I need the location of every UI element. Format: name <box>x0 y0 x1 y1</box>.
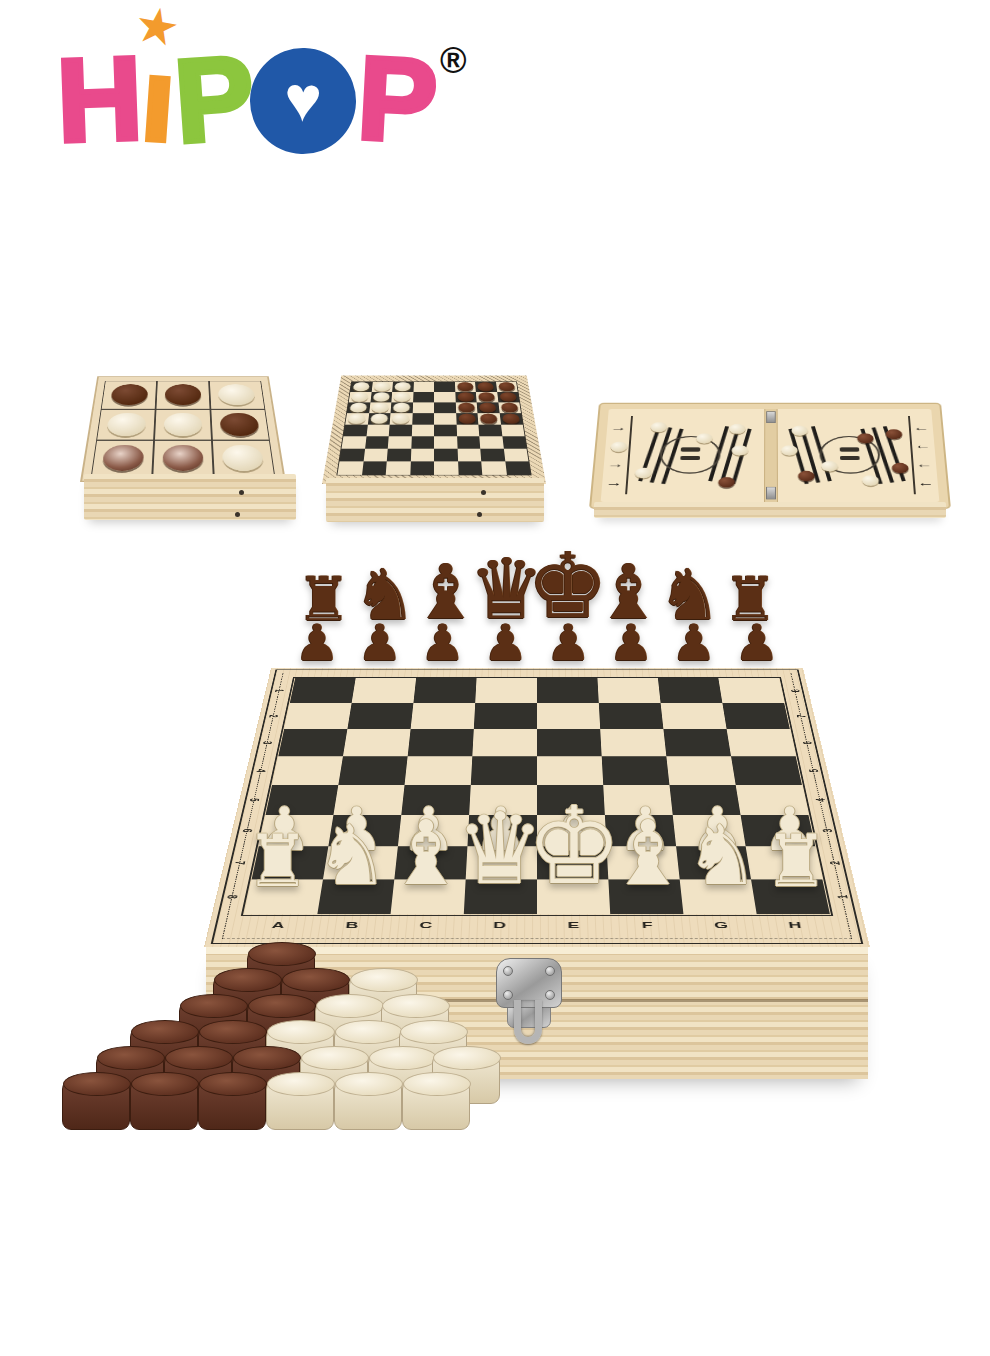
rank-label-right: 3 <box>818 829 834 832</box>
stacked-checker-light <box>266 1080 334 1130</box>
rank-label-right: 4 <box>811 798 827 801</box>
logo-letter-glyph: P <box>171 38 254 161</box>
file-label: D <box>493 920 507 930</box>
file-label: A <box>271 920 287 930</box>
board-square <box>537 785 605 815</box>
arrow-icon: ← <box>917 477 935 488</box>
board-square <box>731 756 802 785</box>
stacked-checker-dark <box>62 1080 130 1130</box>
arrow-icon: ← <box>916 458 933 468</box>
rank-label-left: 8 <box>224 895 241 899</box>
board-square <box>475 678 537 703</box>
board-square <box>394 846 467 879</box>
board-square <box>405 756 473 785</box>
ttt-cell <box>156 381 211 409</box>
chess-grid <box>244 678 830 914</box>
logo-letter-glyph: ı <box>138 39 175 159</box>
ttt-piece-dark <box>165 384 202 405</box>
sling-puck-dark <box>886 429 903 439</box>
logo-letter: H <box>57 40 138 158</box>
board-square <box>661 703 727 729</box>
registered-trademark: ® <box>440 40 467 82</box>
product-photo-page: { "game": "chess — 3-in-1 wooden box set… <box>0 0 990 1356</box>
board-square <box>284 703 351 729</box>
board-square <box>343 729 411 756</box>
logo-letter: ı★ <box>142 40 171 158</box>
arrow-icon: ← <box>914 440 931 450</box>
board-square <box>722 703 789 729</box>
rank-label-left: 3 <box>260 741 275 744</box>
file-label: E <box>567 920 580 930</box>
rank-label-right: 8 <box>787 689 801 692</box>
ttt-cell <box>101 381 157 409</box>
screw-icon <box>545 966 555 976</box>
ttt-piece-dark <box>110 384 148 405</box>
board-square <box>537 879 610 914</box>
board-square <box>603 785 672 815</box>
board-square <box>599 703 664 729</box>
stacked-checker-light <box>402 1080 470 1130</box>
ttt-cell <box>96 409 155 440</box>
ttt-piece-shiny <box>102 445 145 471</box>
board-square <box>658 678 722 703</box>
board-square <box>537 846 608 879</box>
board-square <box>252 846 329 879</box>
rank-label-left: 1 <box>272 689 286 692</box>
ttt-cell <box>91 440 154 475</box>
rank-label-right: 7 <box>793 715 808 718</box>
board-square <box>472 729 537 756</box>
rank-label-left: 5 <box>247 798 263 801</box>
board-square <box>602 756 670 785</box>
logo-letter-glyph: H <box>55 39 140 160</box>
stacked-checker-light <box>334 1080 402 1130</box>
board-square <box>464 879 537 914</box>
board-square <box>607 846 680 879</box>
file-label: H <box>788 920 804 930</box>
board-square <box>718 678 784 703</box>
board-square <box>471 756 537 785</box>
board-square <box>272 756 343 785</box>
board-square <box>347 703 413 729</box>
board-square <box>469 785 537 815</box>
logo-letter-o: ♥ <box>248 46 358 156</box>
board-square <box>328 815 401 846</box>
board-square <box>676 846 751 879</box>
board-square <box>666 756 735 785</box>
board-square <box>537 678 599 703</box>
board-square <box>736 785 809 815</box>
board-square <box>474 703 537 729</box>
board-square <box>466 846 537 879</box>
rank-label-left: 7 <box>232 861 249 865</box>
board-square <box>751 879 830 914</box>
screw-icon <box>503 966 513 976</box>
board-square <box>259 815 334 846</box>
board-square <box>746 846 823 879</box>
board-square <box>537 815 607 846</box>
board-square <box>413 678 476 703</box>
logo-letter: P <box>175 40 250 158</box>
board-square <box>408 729 474 756</box>
board-square <box>673 815 746 846</box>
board-square <box>600 729 666 756</box>
board-square <box>266 785 339 815</box>
brand-logo: Hı★P♥P <box>55 22 434 158</box>
board-square <box>401 785 470 815</box>
logo-letter-glyph: P <box>355 38 436 160</box>
board-square <box>669 785 740 815</box>
stacked-checker-dark <box>198 1080 266 1130</box>
board-square <box>333 785 404 815</box>
ttt-piece-light <box>164 413 203 436</box>
screw-icon <box>545 990 555 1000</box>
board-square <box>278 729 347 756</box>
arrow-icon: ← <box>913 422 930 432</box>
board-square <box>244 879 323 914</box>
screw-icon <box>503 990 513 1000</box>
board-square <box>411 703 476 729</box>
chess-board: ABCDEFGH1234567887654321 <box>204 668 870 947</box>
chess-box-lid: ABCDEFGH1234567887654321 <box>204 247 870 947</box>
board-square <box>290 678 356 703</box>
file-label: F <box>641 920 654 930</box>
sling-puck-dark <box>891 463 908 473</box>
rank-label-left: 6 <box>239 829 255 832</box>
ttt-piece-shiny <box>162 445 203 471</box>
board-square <box>680 879 757 914</box>
board-square <box>338 756 407 785</box>
heart-icon: ♥ <box>283 66 323 131</box>
rank-label-right: 1 <box>833 895 850 899</box>
stacked-checker-dark <box>130 1080 198 1130</box>
board-square <box>608 879 683 914</box>
logo-letter: P <box>358 40 433 158</box>
rank-label-right: 5 <box>805 769 821 772</box>
board-square <box>323 846 398 879</box>
board-square <box>537 729 602 756</box>
ttt-piece-light <box>106 413 146 436</box>
board-square <box>605 815 676 846</box>
file-label: G <box>714 920 730 930</box>
board-square <box>391 879 466 914</box>
board-square <box>467 815 537 846</box>
board-square <box>352 678 416 703</box>
board-square <box>597 678 660 703</box>
board-square <box>537 756 603 785</box>
board-square <box>317 879 394 914</box>
rank-label-right: 6 <box>799 741 814 744</box>
rank-label-left: 4 <box>253 769 269 772</box>
file-label: C <box>419 920 434 930</box>
board-square <box>663 729 731 756</box>
board-square <box>727 729 796 756</box>
rank-label-left: 2 <box>266 715 281 718</box>
board-square <box>398 815 469 846</box>
clasp-hook <box>514 1000 542 1044</box>
board-square <box>537 703 600 729</box>
rank-label-right: 2 <box>825 861 842 865</box>
board-square <box>741 815 816 846</box>
file-label: B <box>345 920 360 930</box>
